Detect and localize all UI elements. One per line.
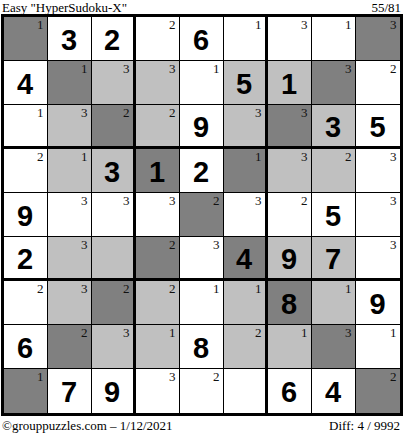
cell-r5c7[interactable]: 2 <box>268 193 312 237</box>
footer: ©grouppuzzles.com – 1/12/2021 Diff: 4 / … <box>0 419 403 437</box>
digit: 4 <box>236 242 252 274</box>
corner-mark: 2 <box>81 326 88 339</box>
cell-r8c1[interactable]: 6 <box>4 325 48 369</box>
corner-mark: 2 <box>169 238 176 251</box>
digit: 5 <box>325 199 341 231</box>
cell-r4c1[interactable]: 2 <box>4 149 48 193</box>
cell-r4c3[interactable]: 3 <box>92 149 136 193</box>
corner-mark: 2 <box>37 150 44 163</box>
cell-r6c5[interactable]: 3 <box>180 237 224 281</box>
digit: 2 <box>193 155 209 187</box>
corner-mark: 3 <box>213 238 220 251</box>
cell-r2c6[interactable]: 5 <box>224 61 268 105</box>
corner-mark: 3 <box>301 18 308 31</box>
digit: 9 <box>281 242 297 274</box>
cell-r1c9[interactable]: 3 <box>356 17 400 61</box>
cell-r1c3[interactable]: 2 <box>92 17 136 61</box>
digit: 4 <box>325 375 341 407</box>
digit: 3 <box>61 23 77 55</box>
cell-r1c2[interactable]: 3 <box>48 17 92 61</box>
corner-mark: 2 <box>301 194 308 207</box>
cell-r8c4[interactable]: 1 <box>136 325 180 369</box>
cell-r2c7[interactable]: 1 <box>268 61 312 105</box>
digit: 9 <box>193 110 209 142</box>
cell-r5c3[interactable]: 3 <box>92 193 136 237</box>
digit: 7 <box>61 375 77 407</box>
cell-r3c6[interactable]: 3 <box>224 105 268 149</box>
corner-mark: 3 <box>169 62 176 75</box>
cell-r5c5[interactable]: 2 <box>180 193 224 237</box>
cell-r9c7[interactable]: 6 <box>268 369 312 413</box>
digit: 5 <box>236 67 252 99</box>
corner-mark: 1 <box>81 150 88 163</box>
cell-r6c6[interactable]: 4 <box>224 237 268 281</box>
cell-r4c5[interactable]: 2 <box>180 149 224 193</box>
cell-r8c3[interactable]: 3 <box>92 325 136 369</box>
digit: 8 <box>281 287 297 319</box>
corner-mark: 3 <box>255 106 262 119</box>
cell-r3c2[interactable]: 3 <box>48 105 92 149</box>
cell-r2c3[interactable]: 3 <box>92 61 136 105</box>
cell-r3c8[interactable]: 3 <box>312 105 356 149</box>
corner-mark: 2 <box>345 150 352 163</box>
header: Easy "HyperSudoku-X" 55/81 <box>0 0 403 14</box>
sudoku-board: 1322613134133151321322933352131213239333… <box>1 14 403 416</box>
cell-r4c2[interactable]: 1 <box>48 149 92 193</box>
corner-mark: 3 <box>81 238 88 251</box>
corner-mark: 3 <box>81 194 88 207</box>
corner-mark: 2 <box>123 106 130 119</box>
cell-r9c9[interactable]: 2 <box>356 369 400 413</box>
digit: 6 <box>281 375 297 407</box>
cell-r3c5[interactable]: 9 <box>180 105 224 149</box>
cell-r9c8[interactable]: 4 <box>312 369 356 413</box>
digit: 5 <box>369 110 385 142</box>
corner-mark: 1 <box>169 326 176 339</box>
digit: 3 <box>104 155 120 187</box>
corner-mark: 2 <box>123 282 130 295</box>
cell-r1c1[interactable]: 1 <box>4 17 48 61</box>
corner-mark: 1 <box>345 282 352 295</box>
corner-mark: 1 <box>390 326 397 339</box>
cell-r2c2[interactable]: 1 <box>48 61 92 105</box>
corner-mark: 3 <box>301 106 308 119</box>
corner-mark: 3 <box>301 150 308 163</box>
cell-r8c5[interactable]: 8 <box>180 325 224 369</box>
cell-r8c2[interactable]: 2 <box>48 325 92 369</box>
cell-r7c5[interactable]: 1 <box>180 281 224 325</box>
corner-mark: 2 <box>255 326 262 339</box>
copyright-text: ©grouppuzzles.com – 1/12/2021 <box>2 419 173 433</box>
corner-mark: 3 <box>123 326 130 339</box>
cell-r5c2[interactable]: 3 <box>48 193 92 237</box>
corner-mark: 1 <box>255 282 262 295</box>
cell-r6c4[interactable]: 2 <box>136 237 180 281</box>
cell-r7c8[interactable]: 1 <box>312 281 356 325</box>
progress-counter: 55/81 <box>371 1 401 14</box>
corner-mark: 3 <box>390 150 397 163</box>
cell-r1c5[interactable]: 6 <box>180 17 224 61</box>
cell-r7c1[interactable]: 2 <box>4 281 48 325</box>
digit: 9 <box>17 199 33 231</box>
corner-mark: 3 <box>81 282 88 295</box>
cell-r6c1[interactable]: 2 <box>4 237 48 281</box>
corner-mark: 1 <box>37 18 44 31</box>
corner-mark: 2 <box>37 282 44 295</box>
cell-r2c1[interactable]: 4 <box>4 61 48 105</box>
cell-r4c7[interactable]: 3 <box>268 149 312 193</box>
cell-r9c1[interactable]: 1 <box>4 369 48 413</box>
corner-mark: 3 <box>390 18 397 31</box>
cell-r8c7[interactable]: 1 <box>268 325 312 369</box>
corner-mark: 2 <box>169 18 176 31</box>
cell-r6c8[interactable]: 7 <box>312 237 356 281</box>
corner-mark: 1 <box>255 18 262 31</box>
cell-r2c9[interactable]: 2 <box>356 61 400 105</box>
cell-r1c6[interactable]: 1 <box>224 17 268 61</box>
cell-r6c3[interactable] <box>92 237 136 281</box>
cell-r2c8[interactable]: 3 <box>312 61 356 105</box>
cell-r7c7[interactable]: 8 <box>268 281 312 325</box>
cell-r7c9[interactable]: 9 <box>356 281 400 325</box>
cell-r4c8[interactable]: 2 <box>312 149 356 193</box>
corner-mark: 1 <box>81 62 88 75</box>
cell-r8c6[interactable]: 2 <box>224 325 268 369</box>
digit: 3 <box>325 110 341 142</box>
corner-mark: 1 <box>213 62 220 75</box>
cell-r7c3[interactable]: 2 <box>92 281 136 325</box>
digit: 9 <box>104 375 120 407</box>
digit: 2 <box>104 23 120 55</box>
cell-r9c4[interactable]: 3 <box>136 369 180 413</box>
corner-mark: 2 <box>169 282 176 295</box>
cell-r5c8[interactable]: 5 <box>312 193 356 237</box>
cell-r3c1[interactable]: 1 <box>4 105 48 149</box>
corner-mark: 3 <box>81 106 88 119</box>
cell-r1c7[interactable]: 3 <box>268 17 312 61</box>
difficulty-text: Diff: 4 / 9992 <box>329 419 400 433</box>
corner-mark: 2 <box>213 370 220 383</box>
corner-mark: 3 <box>345 62 352 75</box>
cell-r7c2[interactable]: 3 <box>48 281 92 325</box>
corner-mark: 3 <box>390 194 397 207</box>
digit: 6 <box>17 331 33 363</box>
cell-r8c8[interactable]: 3 <box>312 325 356 369</box>
corner-mark: 3 <box>345 326 352 339</box>
corner-mark: 1 <box>37 106 44 119</box>
cell-r3c4[interactable]: 2 <box>136 105 180 149</box>
cell-r1c4[interactable]: 2 <box>136 17 180 61</box>
corner-mark: 1 <box>301 326 308 339</box>
corner-mark: 2 <box>169 106 176 119</box>
corner-mark: 2 <box>213 194 220 207</box>
corner-mark: 3 <box>169 370 176 383</box>
cell-r4c4[interactable]: 1 <box>136 149 180 193</box>
cell-r7c4[interactable]: 2 <box>136 281 180 325</box>
cell-r6c7[interactable]: 9 <box>268 237 312 281</box>
cell-r6c9[interactable]: 3 <box>356 237 400 281</box>
cell-r3c7[interactable]: 3 <box>268 105 312 149</box>
corner-mark: 3 <box>390 238 397 251</box>
cell-r5c4[interactable]: 3 <box>136 193 180 237</box>
cell-r2c4[interactable]: 3 <box>136 61 180 105</box>
corner-mark: 1 <box>345 18 352 31</box>
cell-r5c6[interactable]: 3 <box>224 193 268 237</box>
cell-r5c9[interactable]: 3 <box>356 193 400 237</box>
cell-r9c2[interactable]: 7 <box>48 369 92 413</box>
corner-mark: 1 <box>213 282 220 295</box>
digit: 8 <box>193 331 209 363</box>
corner-mark: 3 <box>123 194 130 207</box>
cell-r3c9[interactable]: 5 <box>356 105 400 149</box>
cell-r8c9[interactable]: 1 <box>356 325 400 369</box>
cell-r4c9[interactable]: 3 <box>356 149 400 193</box>
digit: 1 <box>281 67 297 99</box>
corner-mark: 3 <box>169 194 176 207</box>
corner-mark: 3 <box>123 62 130 75</box>
cell-r9c6[interactable] <box>224 369 268 413</box>
digit: 9 <box>369 287 385 319</box>
digit: 7 <box>325 242 341 274</box>
cell-r6c2[interactable]: 3 <box>48 237 92 281</box>
corner-mark: 1 <box>255 150 262 163</box>
puzzle-title: Easy "HyperSudoku-X" <box>2 1 127 14</box>
corner-mark: 2 <box>390 62 397 75</box>
cell-r1c8[interactable]: 1 <box>312 17 356 61</box>
digit: 6 <box>193 23 209 55</box>
cell-r2c5[interactable]: 1 <box>180 61 224 105</box>
cell-r9c5[interactable]: 2 <box>180 369 224 413</box>
cell-r7c6[interactable]: 1 <box>224 281 268 325</box>
cell-r5c1[interactable]: 9 <box>4 193 48 237</box>
corner-mark: 2 <box>390 370 397 383</box>
corner-mark: 1 <box>37 370 44 383</box>
cell-r4c6[interactable]: 1 <box>224 149 268 193</box>
cell-r9c3[interactable]: 9 <box>92 369 136 413</box>
puzzle-page: Easy "HyperSudoku-X" 55/81 1322613134133… <box>0 0 403 437</box>
digit: 2 <box>17 242 33 274</box>
digit: 4 <box>17 67 33 99</box>
corner-mark: 3 <box>255 194 262 207</box>
cell-r3c3[interactable]: 2 <box>92 105 136 149</box>
digit: 1 <box>149 155 165 187</box>
